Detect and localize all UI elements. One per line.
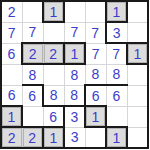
cell-r5c3[interactable]: 8 — [43, 85, 64, 106]
given-cell-r3c7[interactable]: 1 — [127, 43, 148, 64]
cell-r1c2[interactable] — [22, 1, 43, 22]
cell-r2c2[interactable]: 7 — [22, 22, 43, 43]
given-cell-r7c6[interactable]: 1 — [106, 127, 127, 148]
grid-row-4: 8888 — [1, 64, 148, 85]
cell-r5c1[interactable]: 6 — [1, 85, 22, 106]
grid-row-7: 22131 — [1, 127, 148, 148]
grid-row-3: 6221771 — [1, 43, 148, 64]
cell-r2c1[interactable]: 7 — [1, 22, 22, 43]
given-cell-r3c4[interactable]: 1 — [64, 43, 85, 64]
cell-r6c6[interactable] — [106, 106, 127, 127]
given-cell-r3c3[interactable]: 2 — [43, 43, 64, 64]
cell-r2c4[interactable]: 7 — [64, 22, 85, 43]
cell-r1c5[interactable] — [85, 1, 106, 22]
given-cell-r7c2[interactable]: 2 — [22, 127, 43, 148]
cell-r4c5[interactable]: 8 — [85, 64, 106, 85]
cell-r2c5[interactable]: 7 — [85, 22, 106, 43]
cell-r6c3[interactable]: 6 — [43, 106, 64, 127]
cell-r7c4[interactable]: 3 — [64, 127, 85, 148]
cell-r3c6[interactable]: 7 — [106, 43, 127, 64]
cell-r4c2[interactable]: 8 — [22, 64, 43, 85]
given-cell-r7c3[interactable]: 1 — [43, 127, 64, 148]
cell-r7c7[interactable] — [127, 127, 148, 148]
cell-r4c3[interactable] — [43, 64, 64, 85]
cell-r4c4[interactable]: 8 — [64, 64, 85, 85]
cell-r1c4[interactable] — [64, 1, 85, 22]
cell-r6c7[interactable] — [127, 106, 148, 127]
cell-r3c1[interactable]: 6 — [1, 43, 22, 64]
cell-r4c1[interactable] — [1, 64, 22, 85]
cell-r4c6[interactable]: 8 — [106, 64, 127, 85]
cell-r3c5[interactable]: 7 — [85, 43, 106, 64]
cell-r5c4[interactable]: 8 — [64, 85, 85, 106]
grid-row-5: 668866 — [1, 85, 148, 106]
cell-r2c7[interactable] — [127, 22, 148, 43]
cell-r2c6[interactable]: 3 — [106, 22, 127, 43]
given-cell-r6c1[interactable]: 1 — [1, 106, 22, 127]
puzzle-grid: 2117777362217718888668866163122131 — [0, 0, 149, 149]
cell-r2c3[interactable] — [43, 22, 64, 43]
cell-r4c7[interactable] — [127, 64, 148, 85]
given-cell-r7c1[interactable]: 2 — [1, 127, 22, 148]
cell-r5c2[interactable]: 6 — [22, 85, 43, 106]
cell-r1c7[interactable] — [127, 1, 148, 22]
grid-row-6: 1631 — [1, 106, 148, 127]
given-cell-r3c2[interactable]: 2 — [22, 43, 43, 64]
cell-r5c6[interactable]: 6 — [106, 85, 127, 106]
grid-row-1: 211 — [1, 1, 148, 22]
cell-r7c5[interactable] — [85, 127, 106, 148]
cell-r5c5[interactable]: 6 — [85, 85, 106, 106]
given-cell-r1c3[interactable]: 1 — [43, 1, 64, 22]
grid-row-2: 77773 — [1, 22, 148, 43]
cell-r1c1[interactable]: 2 — [1, 1, 22, 22]
given-cell-r1c6[interactable]: 1 — [106, 1, 127, 22]
given-cell-r6c5[interactable]: 1 — [85, 106, 106, 127]
fillomino-board: 2117777362217718888668866163122131 — [0, 0, 150, 150]
cell-r5c7[interactable] — [127, 85, 148, 106]
cell-r6c4[interactable]: 3 — [64, 106, 85, 127]
cell-r6c2[interactable] — [22, 106, 43, 127]
